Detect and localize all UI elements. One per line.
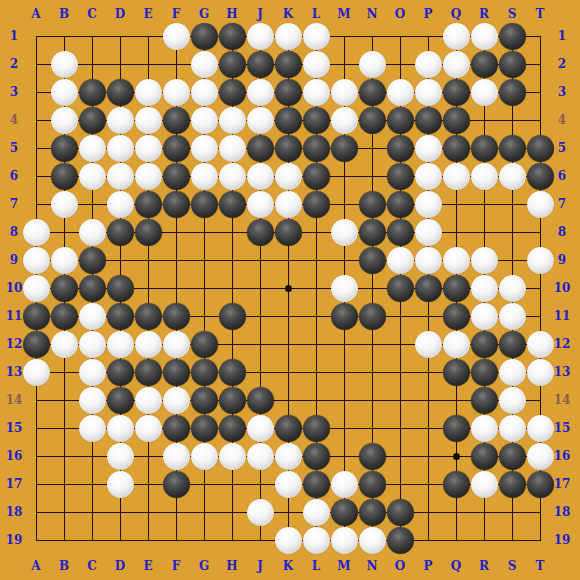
white-stone-S6	[499, 163, 526, 190]
white-stone-B12	[51, 331, 78, 358]
coordinate-label-col: E	[137, 7, 159, 21]
black-stone-D13	[107, 359, 134, 386]
coordinate-label-col: O	[389, 559, 411, 573]
black-stone-N11	[359, 303, 386, 330]
coordinate-label-col: P	[417, 559, 439, 573]
black-stone-L5	[303, 135, 330, 162]
black-stone-Q11	[443, 303, 470, 330]
black-stone-G7	[191, 191, 218, 218]
white-stone-F14	[163, 387, 190, 414]
coordinate-label-col: S	[501, 559, 523, 573]
black-stone-C4	[79, 107, 106, 134]
white-stone-E12	[135, 331, 162, 358]
black-stone-H11	[219, 303, 246, 330]
black-stone-S5	[499, 135, 526, 162]
coordinate-label-row: 12	[551, 337, 573, 351]
black-stone-F7	[163, 191, 190, 218]
white-stone-E14	[135, 387, 162, 414]
white-stone-C6	[79, 163, 106, 190]
white-stone-B9	[51, 247, 78, 274]
coordinate-label-row: 15	[551, 421, 573, 435]
black-stone-H15	[219, 415, 246, 442]
black-stone-B10	[51, 275, 78, 302]
black-stone-P4	[415, 107, 442, 134]
black-stone-Q4	[443, 107, 470, 134]
coordinate-label-col: L	[305, 559, 327, 573]
white-stone-C13	[79, 359, 106, 386]
coordinate-label-col: D	[109, 7, 131, 21]
black-stone-F11	[163, 303, 190, 330]
white-stone-S10	[499, 275, 526, 302]
black-stone-Q17	[443, 471, 470, 498]
coordinate-label-row: 13	[551, 365, 573, 379]
hoshi-point	[453, 453, 460, 460]
coordinate-label-row: 4	[551, 113, 573, 127]
black-stone-L6	[303, 163, 330, 190]
white-stone-C11	[79, 303, 106, 330]
white-stone-S13	[499, 359, 526, 386]
black-stone-M5	[331, 135, 358, 162]
coordinate-label-col: O	[389, 7, 411, 21]
white-stone-D6	[107, 163, 134, 190]
white-stone-P6	[415, 163, 442, 190]
white-stone-D4	[107, 107, 134, 134]
white-stone-N19	[359, 527, 386, 554]
black-stone-B6	[51, 163, 78, 190]
white-stone-L3	[303, 79, 330, 106]
black-stone-H14	[219, 387, 246, 414]
white-stone-Q9	[443, 247, 470, 274]
white-stone-G4	[191, 107, 218, 134]
white-stone-R1	[471, 23, 498, 50]
black-stone-M11	[331, 303, 358, 330]
white-stone-D7	[107, 191, 134, 218]
white-stone-E3	[135, 79, 162, 106]
white-stone-K1	[275, 23, 302, 50]
black-stone-N17	[359, 471, 386, 498]
coordinate-label-col: J	[249, 559, 271, 573]
black-stone-E8	[135, 219, 162, 246]
white-stone-E4	[135, 107, 162, 134]
coordinate-label-row: 8	[3, 225, 25, 239]
coordinate-label-col: Q	[445, 7, 467, 21]
coordinate-label-row: 3	[551, 85, 573, 99]
black-stone-G1	[191, 23, 218, 50]
white-stone-E6	[135, 163, 162, 190]
black-stone-A12	[23, 331, 50, 358]
black-stone-J2	[247, 51, 274, 78]
black-stone-Q3	[443, 79, 470, 106]
white-stone-T13	[527, 359, 554, 386]
black-stone-O6	[387, 163, 414, 190]
black-stone-T17	[527, 471, 554, 498]
white-stone-G2	[191, 51, 218, 78]
coordinate-label-row: 10	[3, 281, 25, 295]
white-stone-C15	[79, 415, 106, 442]
coordinate-label-row: 13	[3, 365, 25, 379]
white-stone-G3	[191, 79, 218, 106]
black-stone-A11	[23, 303, 50, 330]
black-stone-G15	[191, 415, 218, 442]
black-stone-C10	[79, 275, 106, 302]
black-stone-E7	[135, 191, 162, 218]
white-stone-J3	[247, 79, 274, 106]
coordinate-label-row: 19	[3, 533, 25, 547]
black-stone-H13	[219, 359, 246, 386]
white-stone-F16	[163, 443, 190, 470]
coordinate-label-col: C	[81, 7, 103, 21]
black-stone-R12	[471, 331, 498, 358]
white-stone-G5	[191, 135, 218, 162]
black-stone-R14	[471, 387, 498, 414]
white-stone-P5	[415, 135, 442, 162]
coordinate-label-col: P	[417, 7, 439, 21]
white-stone-A8	[23, 219, 50, 246]
black-stone-F5	[163, 135, 190, 162]
white-stone-J15	[247, 415, 274, 442]
black-stone-S1	[499, 23, 526, 50]
coordinate-label-row: 9	[3, 253, 25, 267]
coordinate-label-col: M	[333, 559, 355, 573]
coordinate-label-row: 11	[551, 309, 573, 323]
white-stone-H6	[219, 163, 246, 190]
white-stone-A9	[23, 247, 50, 274]
coordinate-label-col: S	[501, 7, 523, 21]
coordinate-label-row: 16	[551, 449, 573, 463]
black-stone-O5	[387, 135, 414, 162]
black-stone-T5	[527, 135, 554, 162]
white-stone-R15	[471, 415, 498, 442]
black-stone-Q5	[443, 135, 470, 162]
black-stone-S12	[499, 331, 526, 358]
black-stone-N9	[359, 247, 386, 274]
white-stone-H4	[219, 107, 246, 134]
black-stone-L4	[303, 107, 330, 134]
white-stone-L1	[303, 23, 330, 50]
white-stone-L2	[303, 51, 330, 78]
black-stone-K4	[275, 107, 302, 134]
black-stone-R2	[471, 51, 498, 78]
white-stone-K17	[275, 471, 302, 498]
black-stone-H3	[219, 79, 246, 106]
white-stone-M10	[331, 275, 358, 302]
white-stone-B4	[51, 107, 78, 134]
white-stone-P7	[415, 191, 442, 218]
black-stone-D14	[107, 387, 134, 414]
black-stone-H7	[219, 191, 246, 218]
coordinate-label-row: 9	[551, 253, 573, 267]
black-stone-N4	[359, 107, 386, 134]
go-board[interactable]: AABBCCDDEEFFGGHHJJKKLLMMNNOOPPQQRRSSTT11…	[0, 0, 580, 580]
coordinate-label-col: K	[277, 559, 299, 573]
white-stone-S11	[499, 303, 526, 330]
white-stone-D17	[107, 471, 134, 498]
coordinate-label-row: 17	[551, 477, 573, 491]
white-stone-J6	[247, 163, 274, 190]
white-stone-H5	[219, 135, 246, 162]
white-stone-S15	[499, 415, 526, 442]
coordinate-label-col: G	[193, 559, 215, 573]
coordinate-label-col: D	[109, 559, 131, 573]
black-stone-G12	[191, 331, 218, 358]
white-stone-T9	[527, 247, 554, 274]
coordinate-label-col: B	[53, 7, 75, 21]
white-stone-J18	[247, 499, 274, 526]
coordinate-label-col: F	[165, 7, 187, 21]
black-stone-D10	[107, 275, 134, 302]
black-stone-K3	[275, 79, 302, 106]
white-stone-L19	[303, 527, 330, 554]
black-stone-D8	[107, 219, 134, 246]
black-stone-R16	[471, 443, 498, 470]
white-stone-P3	[415, 79, 442, 106]
white-stone-P8	[415, 219, 442, 246]
coordinate-label-col: T	[529, 7, 551, 21]
black-stone-E11	[135, 303, 162, 330]
coordinate-label-row: 14	[551, 393, 573, 407]
black-stone-N7	[359, 191, 386, 218]
white-stone-R11	[471, 303, 498, 330]
black-stone-N16	[359, 443, 386, 470]
white-stone-S14	[499, 387, 526, 414]
black-stone-T6	[527, 163, 554, 190]
white-stone-G6	[191, 163, 218, 190]
white-stone-R6	[471, 163, 498, 190]
coordinate-label-row: 1	[3, 29, 25, 43]
coordinate-label-col: A	[25, 7, 47, 21]
white-stone-M17	[331, 471, 358, 498]
black-stone-N18	[359, 499, 386, 526]
coordinate-label-col: E	[137, 559, 159, 573]
black-stone-S16	[499, 443, 526, 470]
white-stone-M19	[331, 527, 358, 554]
coordinate-label-row: 15	[3, 421, 25, 435]
coordinate-label-col: M	[333, 7, 355, 21]
white-stone-T7	[527, 191, 554, 218]
coordinate-label-col: H	[221, 559, 243, 573]
coordinate-label-row: 3	[3, 85, 25, 99]
white-stone-C8	[79, 219, 106, 246]
coordinate-label-row: 2	[551, 57, 573, 71]
black-stone-F4	[163, 107, 190, 134]
coordinate-label-row: 7	[3, 197, 25, 211]
black-stone-F6	[163, 163, 190, 190]
coordinate-label-col: R	[473, 7, 495, 21]
white-stone-R10	[471, 275, 498, 302]
black-stone-O8	[387, 219, 414, 246]
black-stone-N8	[359, 219, 386, 246]
coordinate-label-col: R	[473, 559, 495, 573]
black-stone-K15	[275, 415, 302, 442]
black-stone-C3	[79, 79, 106, 106]
black-stone-C9	[79, 247, 106, 274]
coordinate-label-row: 10	[551, 281, 573, 295]
white-stone-B2	[51, 51, 78, 78]
black-stone-K5	[275, 135, 302, 162]
white-stone-J1	[247, 23, 274, 50]
black-stone-Q13	[443, 359, 470, 386]
black-stone-B11	[51, 303, 78, 330]
white-stone-J4	[247, 107, 274, 134]
white-stone-K19	[275, 527, 302, 554]
black-stone-F17	[163, 471, 190, 498]
white-stone-O3	[387, 79, 414, 106]
black-stone-K2	[275, 51, 302, 78]
white-stone-P2	[415, 51, 442, 78]
white-stone-C12	[79, 331, 106, 358]
coordinate-label-row: 18	[551, 505, 573, 519]
white-stone-A10	[23, 275, 50, 302]
white-stone-K7	[275, 191, 302, 218]
coordinate-label-row: 6	[3, 169, 25, 183]
black-stone-S3	[499, 79, 526, 106]
coordinate-label-row: 14	[3, 393, 25, 407]
coordinate-label-row: 7	[551, 197, 573, 211]
black-stone-O4	[387, 107, 414, 134]
coordinate-label-row: 17	[3, 477, 25, 491]
black-stone-O18	[387, 499, 414, 526]
coordinate-label-row: 11	[3, 309, 25, 323]
coordinate-label-col: L	[305, 7, 327, 21]
coordinate-label-row: 2	[3, 57, 25, 71]
white-stone-Q6	[443, 163, 470, 190]
black-stone-O19	[387, 527, 414, 554]
white-stone-T16	[527, 443, 554, 470]
white-stone-J16	[247, 443, 274, 470]
black-stone-O7	[387, 191, 414, 218]
white-stone-C14	[79, 387, 106, 414]
coordinate-label-col: Q	[445, 559, 467, 573]
white-stone-Q12	[443, 331, 470, 358]
black-stone-P10	[415, 275, 442, 302]
white-stone-D5	[107, 135, 134, 162]
black-stone-Q10	[443, 275, 470, 302]
white-stone-F1	[163, 23, 190, 50]
black-stone-E13	[135, 359, 162, 386]
coordinate-label-row: 5	[551, 141, 573, 155]
white-stone-P9	[415, 247, 442, 274]
black-stone-L15	[303, 415, 330, 442]
white-stone-E5	[135, 135, 162, 162]
white-stone-O9	[387, 247, 414, 274]
white-stone-L18	[303, 499, 330, 526]
coordinate-label-row: 6	[551, 169, 573, 183]
black-stone-L7	[303, 191, 330, 218]
coordinate-label-row: 16	[3, 449, 25, 463]
coordinate-label-col: H	[221, 7, 243, 21]
white-stone-D15	[107, 415, 134, 442]
black-stone-F13	[163, 359, 190, 386]
black-stone-D11	[107, 303, 134, 330]
black-stone-L16	[303, 443, 330, 470]
white-stone-T12	[527, 331, 554, 358]
black-stone-Q15	[443, 415, 470, 442]
white-stone-B7	[51, 191, 78, 218]
coordinate-label-col: A	[25, 559, 47, 573]
black-stone-F15	[163, 415, 190, 442]
white-stone-E15	[135, 415, 162, 442]
coordinate-label-row: 8	[551, 225, 573, 239]
black-stone-J14	[247, 387, 274, 414]
coordinate-label-col: T	[529, 559, 551, 573]
black-stone-H2	[219, 51, 246, 78]
black-stone-H1	[219, 23, 246, 50]
white-stone-T15	[527, 415, 554, 442]
black-stone-K8	[275, 219, 302, 246]
black-stone-B5	[51, 135, 78, 162]
white-stone-B3	[51, 79, 78, 106]
black-stone-G13	[191, 359, 218, 386]
white-stone-K16	[275, 443, 302, 470]
coordinate-label-col: F	[165, 559, 187, 573]
white-stone-J7	[247, 191, 274, 218]
coordinate-label-col: G	[193, 7, 215, 21]
white-stone-R17	[471, 471, 498, 498]
black-stone-L17	[303, 471, 330, 498]
white-stone-Q2	[443, 51, 470, 78]
white-stone-R9	[471, 247, 498, 274]
white-stone-M3	[331, 79, 358, 106]
white-stone-M4	[331, 107, 358, 134]
black-stone-J8	[247, 219, 274, 246]
white-stone-K6	[275, 163, 302, 190]
white-stone-R3	[471, 79, 498, 106]
black-stone-G14	[191, 387, 218, 414]
coordinate-label-col: N	[361, 559, 383, 573]
black-stone-R13	[471, 359, 498, 386]
coordinate-label-row: 5	[3, 141, 25, 155]
black-stone-S17	[499, 471, 526, 498]
coordinate-label-col: J	[249, 7, 271, 21]
coordinate-label-col: C	[81, 559, 103, 573]
white-stone-G16	[191, 443, 218, 470]
coordinate-label-row: 1	[551, 29, 573, 43]
black-stone-R5	[471, 135, 498, 162]
white-stone-N2	[359, 51, 386, 78]
white-stone-Q1	[443, 23, 470, 50]
white-stone-A13	[23, 359, 50, 386]
white-stone-C5	[79, 135, 106, 162]
black-stone-S2	[499, 51, 526, 78]
black-stone-D3	[107, 79, 134, 106]
white-stone-P12	[415, 331, 442, 358]
white-stone-M8	[331, 219, 358, 246]
black-stone-J5	[247, 135, 274, 162]
white-stone-D12	[107, 331, 134, 358]
coordinate-label-row: 19	[551, 533, 573, 547]
hoshi-point	[285, 285, 292, 292]
white-stone-H16	[219, 443, 246, 470]
coordinate-label-row: 4	[3, 113, 25, 127]
black-stone-O10	[387, 275, 414, 302]
coordinate-label-row: 18	[3, 505, 25, 519]
coordinate-label-col: N	[361, 7, 383, 21]
white-stone-D16	[107, 443, 134, 470]
coordinate-label-col: B	[53, 559, 75, 573]
white-stone-F12	[163, 331, 190, 358]
black-stone-M18	[331, 499, 358, 526]
coordinate-label-col: K	[277, 7, 299, 21]
white-stone-F3	[163, 79, 190, 106]
coordinate-label-row: 12	[3, 337, 25, 351]
black-stone-N3	[359, 79, 386, 106]
